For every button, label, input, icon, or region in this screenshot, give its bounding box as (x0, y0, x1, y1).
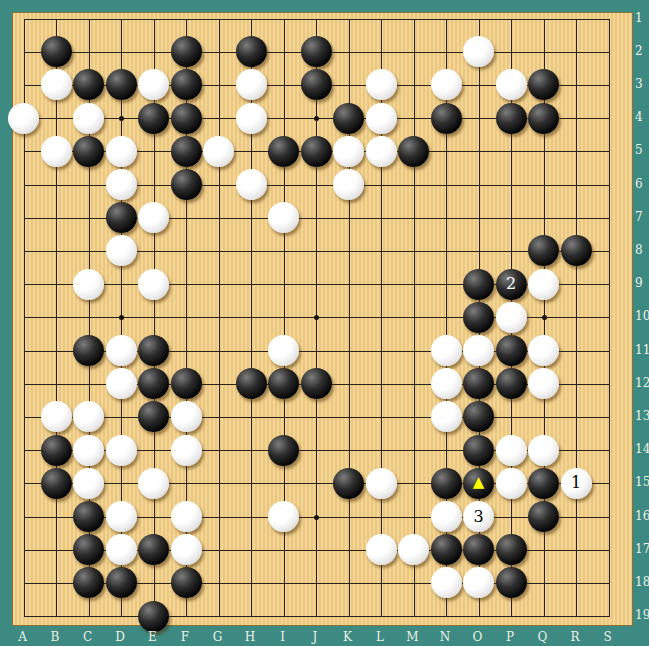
row-label-8: 8 (635, 244, 643, 256)
row-label-10: 10 (635, 310, 649, 322)
black-stone-O13[interactable] (463, 401, 494, 432)
black-stone-P9[interactable]: 2 (496, 269, 527, 300)
black-stone-K4[interactable] (333, 103, 364, 134)
white-stone-F16[interactable] (171, 501, 202, 532)
white-stone-D12[interactable] (106, 368, 137, 399)
white-stone-I16[interactable] (268, 501, 299, 532)
black-stone-M5[interactable] (398, 136, 429, 167)
black-stone-O17[interactable] (463, 534, 494, 565)
white-stone-C13[interactable] (73, 401, 104, 432)
black-stone-E11[interactable] (138, 335, 169, 366)
black-stone-J5[interactable] (301, 136, 332, 167)
white-stone-H6[interactable] (236, 169, 267, 200)
black-stone-C18[interactable] (73, 567, 104, 598)
white-stone-C9[interactable] (73, 269, 104, 300)
column-label-S: S (603, 631, 611, 643)
column-label-H: H (245, 631, 255, 643)
black-stone-J12[interactable] (301, 368, 332, 399)
column-label-K: K (343, 631, 352, 643)
white-stone-D8[interactable] (106, 235, 137, 266)
black-stone-C5[interactable] (73, 136, 104, 167)
black-stone-Q16[interactable] (528, 501, 559, 532)
black-stone-E17[interactable] (138, 534, 169, 565)
black-stone-D7[interactable] (106, 202, 137, 233)
black-stone-O15[interactable]: ▲ (463, 468, 494, 499)
column-label-N: N (440, 631, 451, 643)
black-stone-F12[interactable] (171, 368, 202, 399)
white-stone-H3[interactable] (236, 69, 267, 100)
black-stone-B2[interactable] (41, 36, 72, 67)
row-label-16: 16 (635, 510, 649, 522)
black-stone-F2[interactable] (171, 36, 202, 67)
column-label-P: P (506, 631, 514, 643)
white-stone-L15[interactable] (366, 468, 397, 499)
white-stone-N16[interactable] (431, 501, 462, 532)
board-frame: 2▲13 ABCDEFGHIJKLMNOPQRS1234567891011121… (0, 0, 649, 646)
black-stone-Q4[interactable] (528, 103, 559, 134)
white-stone-L17[interactable] (366, 534, 397, 565)
black-stone-O12[interactable] (463, 368, 494, 399)
row-label-17: 17 (635, 543, 649, 555)
black-stone-F18[interactable] (171, 567, 202, 598)
white-stone-P15[interactable] (496, 468, 527, 499)
grid-line-vertical (609, 19, 610, 618)
white-stone-N18[interactable] (431, 567, 462, 598)
row-label-6: 6 (635, 178, 643, 190)
black-stone-Q3[interactable] (528, 69, 559, 100)
black-stone-F3[interactable] (171, 69, 202, 100)
white-stone-E15[interactable] (138, 468, 169, 499)
white-stone-D17[interactable] (106, 534, 137, 565)
black-stone-J3[interactable] (301, 69, 332, 100)
triangle-marker: ▲ (473, 475, 485, 490)
white-stone-M17[interactable] (398, 534, 429, 565)
white-stone-A4[interactable] (8, 103, 39, 134)
grid-line-vertical (576, 19, 577, 618)
row-label-4: 4 (635, 111, 643, 123)
black-stone-N17[interactable] (431, 534, 462, 565)
black-stone-P18[interactable] (496, 567, 527, 598)
move-number-label: 1 (571, 475, 581, 491)
white-stone-L5[interactable] (366, 136, 397, 167)
black-stone-C11[interactable] (73, 335, 104, 366)
white-stone-D6[interactable] (106, 169, 137, 200)
grid-line-horizontal (24, 417, 610, 418)
column-label-C: C (83, 631, 92, 643)
row-label-3: 3 (635, 78, 643, 90)
black-stone-Q8[interactable] (528, 235, 559, 266)
star-point (314, 116, 319, 121)
white-stone-N11[interactable] (431, 335, 462, 366)
black-stone-D18[interactable] (106, 567, 137, 598)
row-label-15: 15 (635, 476, 649, 488)
black-stone-F6[interactable] (171, 169, 202, 200)
white-stone-K5[interactable] (333, 136, 364, 167)
black-stone-N4[interactable] (431, 103, 462, 134)
white-stone-E7[interactable] (138, 202, 169, 233)
column-label-F: F (181, 631, 189, 643)
column-label-G: G (213, 631, 223, 643)
black-stone-D3[interactable] (106, 69, 137, 100)
white-stone-P14[interactable] (496, 435, 527, 466)
white-stone-Q11[interactable] (528, 335, 559, 366)
white-stone-Q9[interactable] (528, 269, 559, 300)
black-stone-P12[interactable] (496, 368, 527, 399)
row-label-14: 14 (635, 443, 649, 455)
column-label-O: O (473, 631, 483, 643)
move-number-label: 3 (473, 509, 483, 525)
grid-line-horizontal (24, 616, 610, 617)
white-stone-P10[interactable] (496, 302, 527, 333)
white-stone-D16[interactable] (106, 501, 137, 532)
black-stone-I5[interactable] (268, 136, 299, 167)
black-stone-I12[interactable] (268, 368, 299, 399)
white-stone-L3[interactable] (366, 69, 397, 100)
black-stone-H2[interactable] (236, 36, 267, 67)
black-stone-E12[interactable] (138, 368, 169, 399)
white-stone-B5[interactable] (41, 136, 72, 167)
black-stone-P17[interactable] (496, 534, 527, 565)
column-label-L: L (376, 631, 384, 643)
black-stone-E13[interactable] (138, 401, 169, 432)
row-label-12: 12 (635, 377, 649, 389)
white-stone-Q12[interactable] (528, 368, 559, 399)
black-stone-H12[interactable] (236, 368, 267, 399)
white-stone-E9[interactable] (138, 269, 169, 300)
white-stone-L4[interactable] (366, 103, 397, 134)
black-stone-C3[interactable] (73, 69, 104, 100)
grid-line-vertical (414, 19, 415, 618)
black-stone-E4[interactable] (138, 103, 169, 134)
white-stone-E3[interactable] (138, 69, 169, 100)
black-stone-C16[interactable] (73, 501, 104, 532)
column-label-R: R (570, 631, 579, 643)
row-label-7: 7 (635, 211, 643, 223)
white-stone-P3[interactable] (496, 69, 527, 100)
column-label-B: B (51, 631, 60, 643)
white-stone-F17[interactable] (171, 534, 202, 565)
black-stone-F4[interactable] (171, 103, 202, 134)
white-stone-N3[interactable] (431, 69, 462, 100)
row-label-1: 1 (635, 12, 643, 24)
black-stone-O9[interactable] (463, 269, 494, 300)
white-stone-I7[interactable] (268, 202, 299, 233)
black-stone-I14[interactable] (268, 435, 299, 466)
column-label-A: A (18, 631, 27, 643)
white-stone-O18[interactable] (463, 567, 494, 598)
black-stone-O14[interactable] (463, 435, 494, 466)
column-label-Q: Q (538, 631, 548, 643)
black-stone-K15[interactable] (333, 468, 364, 499)
white-stone-O11[interactable] (463, 335, 494, 366)
go-board[interactable]: 2▲13 (12, 12, 633, 626)
column-label-D: D (115, 631, 125, 643)
star-point (119, 116, 124, 121)
black-stone-E19[interactable] (138, 601, 169, 632)
white-stone-D14[interactable] (106, 435, 137, 466)
row-label-2: 2 (635, 45, 643, 57)
star-point (542, 315, 547, 320)
black-stone-Q15[interactable] (528, 468, 559, 499)
white-stone-N13[interactable] (431, 401, 462, 432)
star-point (119, 315, 124, 320)
black-stone-B15[interactable] (41, 468, 72, 499)
white-stone-B13[interactable] (41, 401, 72, 432)
white-stone-C4[interactable] (73, 103, 104, 134)
white-stone-I11[interactable] (268, 335, 299, 366)
white-stone-Q14[interactable] (528, 435, 559, 466)
black-stone-B14[interactable] (41, 435, 72, 466)
black-stone-P4[interactable] (496, 103, 527, 134)
white-stone-D5[interactable] (106, 136, 137, 167)
column-label-J: J (313, 631, 318, 643)
black-stone-N15[interactable] (431, 468, 462, 499)
white-stone-F14[interactable] (171, 435, 202, 466)
black-stone-P11[interactable] (496, 335, 527, 366)
row-label-13: 13 (635, 410, 649, 422)
white-stone-F13[interactable] (171, 401, 202, 432)
white-stone-H4[interactable] (236, 103, 267, 134)
move-number-label: 2 (506, 276, 516, 292)
white-stone-D11[interactable] (106, 335, 137, 366)
star-point (314, 315, 319, 320)
star-point (314, 515, 319, 520)
white-stone-C14[interactable] (73, 435, 104, 466)
white-stone-K6[interactable] (333, 169, 364, 200)
row-label-11: 11 (635, 344, 649, 356)
column-label-I: I (280, 631, 285, 643)
white-stone-N12[interactable] (431, 368, 462, 399)
column-label-E: E (148, 631, 157, 643)
black-stone-F5[interactable] (171, 136, 202, 167)
column-label-M: M (406, 631, 418, 643)
white-stone-G5[interactable] (203, 136, 234, 167)
white-stone-O2[interactable] (463, 36, 494, 67)
row-label-5: 5 (635, 144, 643, 156)
black-stone-J2[interactable] (301, 36, 332, 67)
white-stone-B3[interactable] (41, 69, 72, 100)
black-stone-O10[interactable] (463, 302, 494, 333)
white-stone-O16[interactable]: 3 (463, 501, 494, 532)
white-stone-R15[interactable]: 1 (561, 468, 592, 499)
row-label-18: 18 (635, 576, 649, 588)
black-stone-C17[interactable] (73, 534, 104, 565)
black-stone-R8[interactable] (561, 235, 592, 266)
white-stone-C15[interactable] (73, 468, 104, 499)
row-label-19: 19 (635, 609, 649, 621)
row-label-9: 9 (635, 277, 643, 289)
